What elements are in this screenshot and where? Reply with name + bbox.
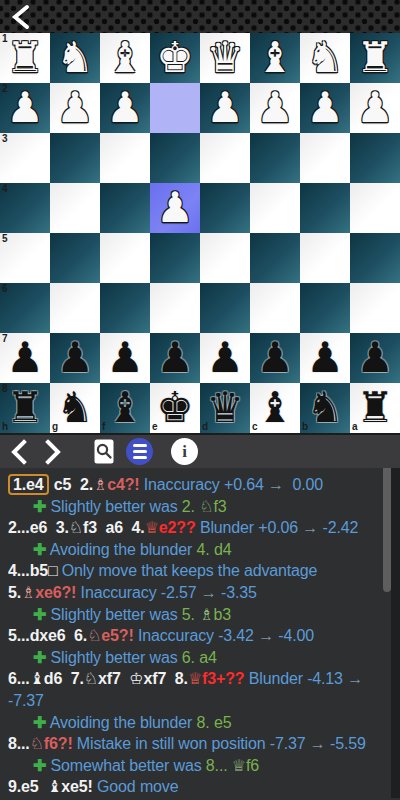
- back-button[interactable]: [8, 3, 36, 31]
- square-d2[interactable]: ♟: [200, 83, 250, 133]
- white-bishop-piece: ♝: [106, 33, 144, 83]
- move-token[interactable]: 5.: [182, 606, 199, 623]
- rank-label: 7: [2, 334, 8, 344]
- move-token[interactable]: ♘: [30, 734, 44, 753]
- move-token[interactable]: 8...: [206, 757, 232, 774]
- analysis-line: 8...♘f6?! Mistake in still won position …: [8, 733, 382, 755]
- annotation-text: →: [347, 670, 363, 687]
- square-a2[interactable]: ♟: [350, 83, 400, 133]
- rank-label: 4: [2, 184, 8, 194]
- square-h4[interactable]: 4: [0, 183, 50, 233]
- square-a7[interactable]: ♟: [350, 333, 400, 383]
- square-h6[interactable]: 6: [0, 283, 50, 333]
- analysis-line: ✚ Somewhat better was 8... ♕f6: [8, 755, 382, 777]
- file-label: c: [252, 422, 258, 432]
- annotation-text: Slightly better was: [46, 649, 182, 666]
- square-g2[interactable]: ♟: [50, 83, 100, 133]
- move-token[interactable]: 4. d4: [197, 541, 232, 558]
- rank-label: 5: [2, 234, 8, 244]
- move-token[interactable]: ♘: [69, 518, 83, 537]
- square-c8[interactable]: ♝c: [250, 383, 300, 433]
- black-bishop-piece: ♝: [256, 383, 294, 433]
- white-pawn-piece: ♟: [206, 83, 244, 133]
- move-token[interactable]: 6...: [8, 670, 30, 687]
- white-pawn-piece: ♟: [306, 83, 344, 133]
- move-token[interactable]: c5: [50, 476, 72, 493]
- square-f2[interactable]: ♟: [100, 83, 150, 133]
- prev-move-button[interactable]: [8, 439, 30, 465]
- square-d1[interactable]: ♛: [200, 33, 250, 83]
- move-token[interactable]: f3: [83, 519, 97, 536]
- move-token[interactable]: ♗: [93, 475, 107, 494]
- square-e8[interactable]: ♚e: [150, 383, 200, 433]
- square-g3[interactable]: [50, 133, 100, 183]
- square-c4[interactable]: [250, 183, 300, 233]
- move-list[interactable]: 1.e4 c5 2.♗c4?! Inaccuracy +0.64 → 0.00✚…: [0, 468, 400, 798]
- square-g6[interactable]: [50, 283, 100, 333]
- white-pawn-piece: ♟: [6, 83, 44, 133]
- black-pawn-piece: ♟: [356, 333, 394, 383]
- analysis-search-button[interactable]: [92, 438, 116, 465]
- square-h8[interactable]: ♜8h: [0, 383, 50, 433]
- square-f6[interactable]: [100, 283, 150, 333]
- black-pawn-piece: ♟: [156, 333, 194, 383]
- square-f5[interactable]: [100, 233, 150, 283]
- move-token[interactable]: 6. a4: [182, 649, 217, 666]
- move-token[interactable]: xf7: [144, 670, 167, 687]
- square-f1[interactable]: ♝: [100, 33, 150, 83]
- move-token[interactable]: ♝: [47, 777, 61, 796]
- move-token[interactable]: 5...dxe6: [8, 627, 66, 644]
- move-token[interactable]: f6: [246, 757, 259, 774]
- square-h1[interactable]: ♜1: [0, 33, 50, 83]
- annotation-text: Somewhat better was: [46, 757, 206, 774]
- square-b8[interactable]: ♞b: [300, 383, 350, 433]
- square-e5[interactable]: [150, 233, 200, 283]
- square-e4[interactable]: ♟: [150, 183, 200, 233]
- square-f4[interactable]: [100, 183, 150, 233]
- annotation-text: Inaccuracy +0.64: [140, 476, 269, 493]
- move-token[interactable]: 2.: [71, 476, 93, 493]
- move-token[interactable]: d6: [44, 670, 62, 687]
- annotation-text: -4.00: [274, 627, 314, 644]
- square-d3[interactable]: [200, 133, 250, 183]
- square-e7[interactable]: ♟: [150, 333, 200, 383]
- annotation-text: Inaccuracy -2.57: [76, 584, 200, 601]
- rank-label: 3: [2, 134, 8, 144]
- square-g4[interactable]: [50, 183, 100, 233]
- annotation-text: [39, 778, 48, 795]
- square-b3[interactable]: [300, 133, 350, 183]
- move-token[interactable]: xe6?!: [35, 584, 76, 601]
- annotation-text: ✚: [33, 498, 46, 515]
- square-b2[interactable]: ♟: [300, 83, 350, 133]
- annotation-text: Mistake in still won position -7.37: [73, 735, 310, 752]
- info-icon: i: [171, 438, 198, 465]
- white-king-piece: ♚: [156, 33, 194, 83]
- move-token[interactable]: 8.: [166, 670, 188, 687]
- analysis-line: 4...b5□ Only move that keeps the advanta…: [8, 560, 382, 582]
- black-pawn-piece: ♟: [256, 333, 294, 383]
- move-token[interactable]: 8...: [8, 735, 30, 752]
- analysis-line: 9.e5 ♝xe5! Good move: [8, 776, 382, 798]
- square-b7[interactable]: ♟: [300, 333, 350, 383]
- white-queen-piece: ♛: [206, 33, 244, 83]
- move-token[interactable]: e2??: [159, 519, 196, 536]
- annotation-text: -7.37: [8, 692, 44, 709]
- black-knight-piece: ♞: [56, 383, 94, 433]
- annotation-text: -3.35: [217, 584, 257, 601]
- square-g8[interactable]: ♞g: [50, 383, 100, 433]
- annotation-text: Avoiding the blunder: [46, 714, 196, 731]
- analysis-line: 1.e4 c5 2.♗c4?! Inaccuracy +0.64 → 0.00: [8, 474, 382, 496]
- move-token[interactable]: f3: [213, 498, 226, 515]
- rank-label: 2: [2, 84, 8, 94]
- file-label: b: [302, 422, 308, 432]
- square-c3[interactable]: [250, 133, 300, 183]
- move-token[interactable]: ♘: [84, 669, 98, 688]
- analysis-line: ✚ Slightly better was 5. ♗b3: [8, 604, 382, 626]
- annotation-text: ✚: [33, 714, 46, 731]
- analysis-line: 5...dxe6 6.♘e5?! Inaccuracy -3.42 → -4.0…: [8, 625, 382, 647]
- square-c2[interactable]: ♟: [250, 83, 300, 133]
- move-token[interactable]: ♔: [129, 669, 143, 688]
- annotation-text: ✚: [33, 757, 46, 774]
- black-bishop-piece: ♝: [106, 383, 144, 433]
- next-move-button[interactable]: [42, 439, 64, 465]
- analysis-toolbar: i: [0, 433, 400, 468]
- move-token[interactable]: ♗: [199, 605, 213, 624]
- move-token[interactable]: 9.e5: [8, 778, 39, 795]
- square-f7[interactable]: ♟: [100, 333, 150, 383]
- square-d6[interactable]: [200, 283, 250, 333]
- square-c1[interactable]: ♝: [250, 33, 300, 83]
- move-token[interactable]: 1.e4: [8, 474, 49, 495]
- annotation-text: Blunder +0.06: [196, 519, 303, 536]
- square-b4[interactable]: [300, 183, 350, 233]
- white-pawn-piece: ♟: [156, 183, 194, 233]
- move-token[interactable]: 4...b5□: [8, 562, 58, 579]
- chess-board[interactable]: ♜1♞♝♚♛♝♞♜♟2♟♟♟♟♟♟34♟56♟7♟♟♟♟♟♟♟♜8h♞g♝f♚e…: [0, 33, 400, 433]
- square-a5[interactable]: [350, 233, 400, 283]
- move-token[interactable]: ♘: [199, 497, 213, 516]
- rank-label: 8: [2, 384, 8, 394]
- white-knight-piece: ♞: [56, 33, 94, 83]
- move-token[interactable]: e5?!: [101, 627, 133, 644]
- move-token[interactable]: ♘: [87, 626, 101, 645]
- move-token[interactable]: 8. e5: [197, 714, 232, 731]
- analysis-line: ✚ Avoiding the blunder 4. d4: [8, 539, 382, 561]
- chess-analysis-screen: ♜1♞♝♚♛♝♞♜♟2♟♟♟♟♟♟34♟56♟7♟♟♟♟♟♟♟♜8h♞g♝f♚e…: [0, 0, 400, 800]
- move-token[interactable]: ♝: [30, 669, 44, 688]
- square-f3[interactable]: [100, 133, 150, 183]
- black-rook-piece: ♜: [356, 383, 394, 433]
- analysis-line: 2...e6 3.♘f3 a6 4.♕e2?? Blunder +0.06 → …: [8, 517, 382, 539]
- annotation-text: →: [201, 584, 217, 601]
- black-pawn-piece: ♟: [56, 333, 94, 383]
- move-token[interactable]: c4?!: [107, 476, 139, 493]
- white-bishop-piece: ♝: [256, 33, 294, 83]
- white-rook-piece: ♜: [356, 33, 394, 83]
- square-f8[interactable]: ♝f: [100, 383, 150, 433]
- square-a6[interactable]: [350, 283, 400, 333]
- file-label: a: [352, 422, 358, 432]
- square-c5[interactable]: [250, 233, 300, 283]
- square-h7[interactable]: ♟7: [0, 333, 50, 383]
- chevron-left-icon: [8, 439, 30, 465]
- square-a3[interactable]: [350, 133, 400, 183]
- move-token[interactable]: xf7: [98, 670, 121, 687]
- square-c6[interactable]: [250, 283, 300, 333]
- square-h3[interactable]: 3: [0, 133, 50, 183]
- square-b6[interactable]: [300, 283, 350, 333]
- square-d5[interactable]: [200, 233, 250, 283]
- square-e3[interactable]: [150, 133, 200, 183]
- move-token[interactable]: 2...e6: [8, 519, 47, 536]
- analysis-line: -7.37: [8, 690, 382, 712]
- annotation-text: ✚: [33, 649, 46, 666]
- move-token[interactable]: 4.: [123, 519, 145, 536]
- rank-label: 6: [2, 284, 8, 294]
- square-g7[interactable]: ♟: [50, 333, 100, 383]
- hamburger-menu-icon: [126, 438, 153, 465]
- square-e1[interactable]: ♚: [150, 33, 200, 83]
- file-label: f: [102, 422, 105, 432]
- move-token[interactable]: 5.: [8, 584, 21, 601]
- annotation-text: Slightly better was: [46, 606, 182, 623]
- square-b1[interactable]: ♞: [300, 33, 350, 83]
- square-e6[interactable]: [150, 283, 200, 333]
- square-a8[interactable]: ♜a: [350, 383, 400, 433]
- black-pawn-piece: ♟: [206, 333, 244, 383]
- info-button[interactable]: i: [171, 438, 198, 465]
- rank-label: 1: [2, 34, 8, 44]
- document-search-icon: [92, 438, 116, 465]
- move-token[interactable]: f3+??: [202, 670, 244, 687]
- annotation-text: →: [268, 476, 284, 493]
- file-label: g: [52, 422, 58, 432]
- annotation-text: →: [302, 519, 318, 536]
- annotation-text: Inaccuracy -3.42: [134, 627, 258, 644]
- square-h2[interactable]: ♟2: [0, 83, 50, 133]
- move-token[interactable]: ♕: [145, 518, 159, 537]
- analysis-line: 6...♝d6 7.♘xf7 ♔xf7 8.♕f3+?? Blunder -4.…: [8, 668, 382, 690]
- annotation-text: -2.42: [318, 519, 358, 536]
- move-token[interactable]: ♗: [21, 583, 35, 602]
- move-token[interactable]: 3.: [47, 519, 69, 536]
- file-label: d: [202, 422, 208, 432]
- white-pawn-piece: ♟: [256, 83, 294, 133]
- square-d4[interactable]: [200, 183, 250, 233]
- move-token[interactable]: 6.: [66, 627, 88, 644]
- file-label: h: [2, 422, 8, 432]
- move-token[interactable]: ♕: [232, 756, 246, 775]
- file-label: e: [152, 422, 158, 432]
- move-token[interactable]: 7.: [62, 670, 84, 687]
- move-token[interactable]: b3: [213, 606, 231, 623]
- black-pawn-piece: ♟: [306, 333, 344, 383]
- annotation-text: Only move that keeps the advantage: [58, 562, 318, 579]
- move-token[interactable]: xe5!: [61, 778, 92, 795]
- move-token[interactable]: 2.: [182, 498, 199, 515]
- black-king-piece: ♚: [156, 383, 194, 433]
- white-knight-piece: ♞: [306, 33, 344, 83]
- square-a1[interactable]: ♜: [350, 33, 400, 83]
- chevron-right-icon: [42, 439, 64, 465]
- move-token[interactable]: ♕: [188, 669, 202, 688]
- move-menu-button[interactable]: [126, 438, 153, 465]
- black-queen-piece: ♛: [206, 383, 244, 433]
- annotation-text: →: [310, 735, 326, 752]
- black-pawn-piece: ♟: [106, 333, 144, 383]
- annotation-text: Good move: [93, 778, 179, 795]
- move-token[interactable]: f6?!: [44, 735, 73, 752]
- annotation-text: Avoiding the blunder: [46, 541, 196, 558]
- black-pawn-piece: ♟: [6, 333, 44, 383]
- white-pawn-piece: ♟: [56, 83, 94, 133]
- analysis-line: 5.♗xe6?! Inaccuracy -2.57 → -3.35: [8, 582, 382, 604]
- annotation-text: -5.59: [326, 735, 366, 752]
- square-d8[interactable]: ♛d: [200, 383, 250, 433]
- annotation-text: →: [258, 627, 274, 644]
- back-chevron-icon: [8, 3, 36, 31]
- square-g5[interactable]: [50, 233, 100, 283]
- annotation-text: Blunder -4.13: [244, 670, 347, 687]
- black-knight-piece: ♞: [306, 383, 344, 433]
- analysis-line: ✚ Avoiding the blunder 8. e5: [8, 712, 382, 734]
- scrollbar-track[interactable]: [391, 468, 400, 798]
- annotation-text: ✚: [33, 541, 46, 558]
- square-g1[interactable]: ♞: [50, 33, 100, 83]
- top-bar: [0, 0, 400, 33]
- move-token[interactable]: a6: [97, 519, 123, 536]
- square-c7[interactable]: ♟: [250, 333, 300, 383]
- annotation-text: Slightly better was: [46, 498, 182, 515]
- annotation-text: 0.00: [284, 476, 323, 493]
- black-rook-piece: ♜: [6, 383, 44, 433]
- white-pawn-piece: ♟: [106, 83, 144, 133]
- white-pawn-piece: ♟: [356, 83, 394, 133]
- scrollbar-thumb[interactable]: [383, 468, 391, 592]
- square-d7[interactable]: ♟: [200, 333, 250, 383]
- analysis-line: ✚ Slightly better was 6. a4: [8, 647, 382, 669]
- square-b5[interactable]: [300, 233, 350, 283]
- white-rook-piece: ♜: [6, 33, 44, 83]
- square-e2[interactable]: [150, 83, 200, 133]
- square-a4[interactable]: [350, 183, 400, 233]
- square-h5[interactable]: 5: [0, 233, 50, 283]
- annotation-text: ✚: [33, 606, 46, 623]
- analysis-line: ✚ Slightly better was 2. ♘f3: [8, 496, 382, 518]
